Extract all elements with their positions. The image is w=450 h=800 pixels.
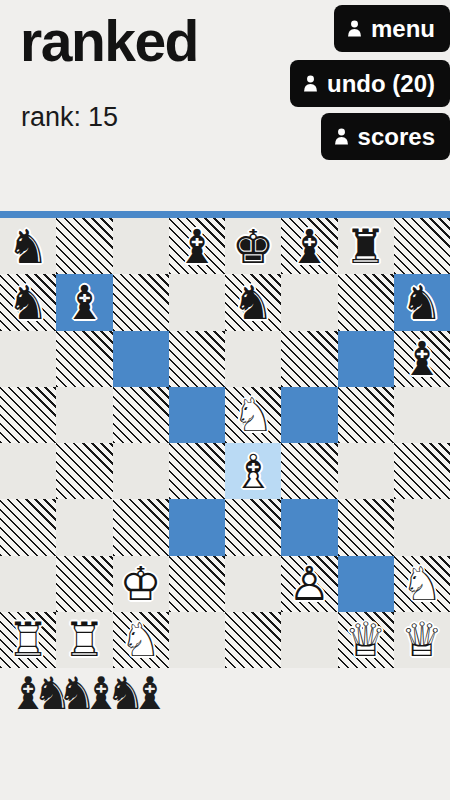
rank-value: 15 [88,102,118,132]
square-e8[interactable]: ♚ [225,218,281,274]
piece-white-rook[interactable]: ♜♖ [56,612,112,668]
piece-white-queen[interactable]: ♛♕ [338,612,394,668]
piece-outline: ♕ [394,612,450,668]
scores-button[interactable]: scores [321,113,450,160]
square-f2[interactable]: ♟♙ [281,556,337,612]
captured-pieces-tray: ♝♞♞♝♞♝ [8,671,170,716]
square-g2[interactable] [338,556,394,612]
square-f5[interactable] [281,387,337,443]
piece-white-bishop[interactable]: ♝♗ [225,443,281,499]
square-e7[interactable]: ♞ [225,274,281,330]
menu-button[interactable]: menu [334,5,450,52]
square-h4[interactable] [394,443,450,499]
person-icon [347,20,362,37]
square-f8[interactable]: ♝ [281,218,337,274]
piece-black-rook[interactable]: ♜ [345,223,387,270]
square-b7[interactable]: ♝ [56,274,112,330]
square-b3[interactable] [56,499,112,555]
square-h6[interactable]: ♝ [394,331,450,387]
square-b6[interactable] [56,331,112,387]
square-d6[interactable] [169,331,225,387]
piece-outline: ♖ [56,612,112,668]
square-a5[interactable] [0,387,56,443]
square-a6[interactable] [0,331,56,387]
piece-outline: ♘ [113,612,169,668]
undo-button-label: undo (20) [327,70,435,98]
square-h2[interactable]: ♞♘ [394,556,450,612]
square-f7[interactable] [281,274,337,330]
square-g3[interactable] [338,499,394,555]
square-d5[interactable] [169,387,225,443]
square-g1[interactable]: ♛♕ [338,612,394,668]
square-f3[interactable] [281,499,337,555]
piece-black-bishop[interactable]: ♝ [176,223,218,270]
piece-outline: ♔ [113,556,169,612]
page-title: ranked [20,8,198,74]
square-g8[interactable]: ♜ [338,218,394,274]
square-g6[interactable] [338,331,394,387]
square-c7[interactable] [113,274,169,330]
piece-white-knight[interactable]: ♞♘ [225,387,281,443]
square-f1[interactable] [281,612,337,668]
square-h5[interactable] [394,387,450,443]
square-e4[interactable]: ♝♗ [225,443,281,499]
square-e6[interactable] [225,331,281,387]
piece-black-knight[interactable]: ♞ [7,279,49,326]
square-h1[interactable]: ♛♕ [394,612,450,668]
piece-white-king[interactable]: ♚♔ [113,556,169,612]
square-e3[interactable] [225,499,281,555]
piece-black-bishop[interactable]: ♝ [63,279,105,326]
piece-outline: ♘ [394,556,450,612]
menu-button-label: menu [371,15,435,43]
rank-label: rank: [21,102,81,132]
square-c5[interactable] [113,387,169,443]
square-h8[interactable] [394,218,450,274]
piece-outline: ♕ [338,612,394,668]
square-g4[interactable] [338,443,394,499]
piece-outline: ♙ [281,556,337,612]
piece-black-bishop[interactable]: ♝ [401,335,443,382]
square-a8[interactable]: ♞ [0,218,56,274]
square-a2[interactable] [0,556,56,612]
undo-button[interactable]: undo (20) [290,60,450,107]
square-e2[interactable] [225,556,281,612]
piece-black-knight[interactable]: ♞ [401,279,443,326]
square-d4[interactable] [169,443,225,499]
square-a7[interactable]: ♞ [0,274,56,330]
piece-outline: ♖ [0,612,56,668]
square-a3[interactable] [0,499,56,555]
piece-black-knight[interactable]: ♞ [232,279,274,326]
piece-black-knight[interactable]: ♞ [7,223,49,270]
square-g5[interactable] [338,387,394,443]
square-d2[interactable] [169,556,225,612]
piece-white-rook[interactable]: ♜♖ [0,612,56,668]
square-d1[interactable] [169,612,225,668]
square-f4[interactable] [281,443,337,499]
piece-white-knight[interactable]: ♞♘ [394,556,450,612]
square-c3[interactable] [113,499,169,555]
piece-white-queen[interactable]: ♛♕ [394,612,450,668]
piece-black-bishop[interactable]: ♝ [288,223,330,270]
person-icon [303,75,318,92]
chess-board: ♞♝♚♝♜♞♝♞♞♝♞♘♝♗♚♔♟♙♞♘♜♖♜♖♞♘♛♕♛♕ [0,218,450,668]
square-b4[interactable] [56,443,112,499]
square-c4[interactable] [113,443,169,499]
board-top-accent-bar [0,211,450,218]
captured-piece-bishop: ♝ [130,671,170,716]
piece-outline: ♘ [225,387,281,443]
square-b8[interactable] [56,218,112,274]
rank-line: rank:15 [21,102,118,133]
square-b5[interactable] [56,387,112,443]
square-f6[interactable] [281,331,337,387]
square-b2[interactable] [56,556,112,612]
square-d3[interactable] [169,499,225,555]
square-b1[interactable]: ♜♖ [56,612,112,668]
square-h3[interactable] [394,499,450,555]
square-e5[interactable]: ♞♘ [225,387,281,443]
square-a1[interactable]: ♜♖ [0,612,56,668]
square-c2[interactable]: ♚♔ [113,556,169,612]
scores-button-label: scores [358,123,435,151]
square-c8[interactable] [113,218,169,274]
person-icon [334,128,349,145]
piece-white-knight[interactable]: ♞♘ [113,612,169,668]
square-e1[interactable] [225,612,281,668]
square-d8[interactable]: ♝ [169,218,225,274]
square-c1[interactable]: ♞♘ [113,612,169,668]
square-g7[interactable] [338,274,394,330]
piece-outline: ♗ [225,443,281,499]
square-a4[interactable] [0,443,56,499]
square-h7[interactable]: ♞ [394,274,450,330]
square-c6[interactable] [113,331,169,387]
piece-white-pawn[interactable]: ♟♙ [281,556,337,612]
square-d7[interactable] [169,274,225,330]
app-screen: ranked rank:15 menu undo (20) scores ♞♝♚… [0,0,450,800]
piece-black-king[interactable]: ♚ [232,223,274,270]
